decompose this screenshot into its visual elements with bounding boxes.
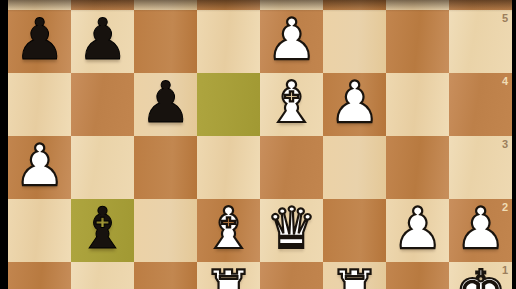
black-pawn[interactable]: ♟ [14, 8, 65, 71]
square-f5[interactable] [323, 10, 386, 73]
rank-label-4: 4 [502, 76, 508, 87]
square-a3[interactable]: ♟ [8, 136, 71, 199]
rank-label-2: 2 [502, 202, 508, 213]
square-d3[interactable] [197, 136, 260, 199]
white-rook[interactable]: ♜ [203, 260, 254, 289]
square-e4[interactable]: ♝ [260, 73, 323, 136]
white-pawn[interactable]: ♟ [455, 197, 506, 260]
square-c4[interactable]: ♟ [134, 73, 197, 136]
square-f3[interactable] [323, 136, 386, 199]
square-e3[interactable] [260, 136, 323, 199]
square-d2[interactable]: ♝ [197, 199, 260, 262]
square-b2[interactable]: ♝ [71, 199, 134, 262]
white-pawn[interactable]: ♟ [392, 197, 443, 260]
square-f6[interactable] [323, 0, 386, 10]
black-pawn[interactable]: ♟ [140, 71, 191, 134]
square-a5[interactable]: ♟ [8, 10, 71, 73]
white-bishop[interactable]: ♝ [203, 197, 254, 260]
white-pawn[interactable]: ♟ [14, 134, 65, 197]
white-king[interactable]: ♚ [455, 260, 506, 289]
square-f2[interactable] [323, 199, 386, 262]
letterbox-bar-left [0, 0, 8, 289]
black-bishop[interactable]: ♝ [77, 197, 128, 260]
square-h1[interactable]: ♚1 [449, 262, 512, 289]
square-g1[interactable] [386, 262, 449, 289]
square-e5[interactable]: ♟ [260, 10, 323, 73]
white-rook[interactable]: ♜ [329, 260, 380, 289]
square-d1[interactable]: ♜ [197, 262, 260, 289]
square-b4[interactable] [71, 73, 134, 136]
square-g2[interactable]: ♟ [386, 199, 449, 262]
square-c6[interactable] [134, 0, 197, 10]
square-g3[interactable] [386, 136, 449, 199]
square-f1[interactable]: ♜ [323, 262, 386, 289]
square-g4[interactable] [386, 73, 449, 136]
square-h5[interactable]: 5 [449, 10, 512, 73]
square-h6[interactable]: 6 [449, 0, 512, 10]
square-h3[interactable]: 3 [449, 136, 512, 199]
square-c5[interactable] [134, 10, 197, 73]
square-b5[interactable]: ♟ [71, 10, 134, 73]
square-a2[interactable] [8, 199, 71, 262]
square-h2[interactable]: ♟2 [449, 199, 512, 262]
square-a4[interactable] [8, 73, 71, 136]
square-e2[interactable]: ♛ [260, 199, 323, 262]
video-frame: 87♞6♟♟♟5♟♝♟4♟3♝♝♛♟♟2♜♜♚1 [0, 0, 516, 289]
rank-label-5: 5 [502, 13, 508, 24]
square-d6[interactable] [197, 0, 260, 10]
letterbox-bar-right [512, 0, 516, 289]
chess-board: 87♞6♟♟♟5♟♝♟4♟3♝♝♛♟♟2♜♜♚1 [8, 0, 512, 289]
black-pawn[interactable]: ♟ [77, 8, 128, 71]
square-f4[interactable]: ♟ [323, 73, 386, 136]
square-d5[interactable] [197, 10, 260, 73]
white-bishop[interactable]: ♝ [266, 71, 317, 134]
square-c3[interactable] [134, 136, 197, 199]
white-pawn[interactable]: ♟ [329, 71, 380, 134]
square-b1[interactable] [71, 262, 134, 289]
square-b3[interactable] [71, 136, 134, 199]
white-pawn[interactable]: ♟ [266, 8, 317, 71]
square-g6[interactable] [386, 0, 449, 10]
square-c2[interactable] [134, 199, 197, 262]
square-h4[interactable]: 4 [449, 73, 512, 136]
square-c1[interactable] [134, 262, 197, 289]
square-g5[interactable] [386, 10, 449, 73]
rank-label-1: 1 [502, 265, 508, 276]
square-a1[interactable] [8, 262, 71, 289]
white-queen[interactable]: ♛ [266, 197, 317, 260]
square-e1[interactable] [260, 262, 323, 289]
rank-label-3: 3 [502, 139, 508, 150]
square-d4[interactable] [197, 73, 260, 136]
